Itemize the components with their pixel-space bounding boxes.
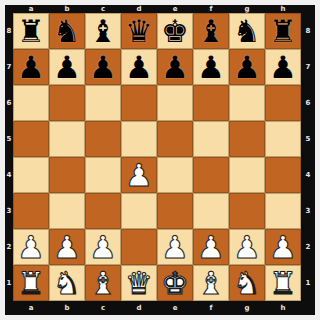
piece-white-pawn[interactable]: ♟ (161, 229, 189, 265)
file-label-a: a (29, 304, 34, 312)
file-label-b: b (64, 304, 69, 312)
square-h4[interactable] (265, 157, 301, 193)
square-g1[interactable]: ♞ (229, 265, 265, 301)
square-d4[interactable]: ♟ (121, 157, 157, 193)
board-frame: abcdefgh abcdefgh 87654321 87654321 ♜♞♝♛… (5, 5, 315, 315)
piece-white-pawn[interactable]: ♟ (17, 229, 45, 265)
file-label-d: d (136, 304, 141, 312)
square-d5[interactable] (121, 121, 157, 157)
square-e2[interactable]: ♟ (157, 229, 193, 265)
square-d1[interactable]: ♛ (121, 265, 157, 301)
square-b4[interactable] (49, 157, 85, 193)
square-c5[interactable] (85, 121, 121, 157)
square-e3[interactable] (157, 193, 193, 229)
rank-label-1: 1 (7, 279, 12, 287)
square-a2[interactable]: ♟ (13, 229, 49, 265)
square-b8[interactable]: ♞ (49, 13, 85, 49)
square-e1[interactable]: ♚ (157, 265, 193, 301)
file-label-b: b (64, 5, 69, 13)
square-e4[interactable] (157, 157, 193, 193)
piece-white-rook[interactable]: ♜ (17, 265, 45, 301)
square-f7[interactable]: ♟ (193, 49, 229, 85)
rank-label-6: 6 (7, 99, 12, 107)
piece-black-bishop[interactable]: ♝ (197, 13, 225, 49)
square-e7[interactable]: ♟ (157, 49, 193, 85)
square-h7[interactable]: ♟ (265, 49, 301, 85)
square-c7[interactable]: ♟ (85, 49, 121, 85)
piece-black-bishop[interactable]: ♝ (89, 13, 117, 49)
file-labels-top: abcdefgh (13, 5, 301, 13)
square-g7[interactable]: ♟ (229, 49, 265, 85)
square-d2[interactable] (121, 229, 157, 265)
square-h3[interactable] (265, 193, 301, 229)
square-c4[interactable] (85, 157, 121, 193)
rank-label-1: 1 (306, 279, 311, 287)
piece-black-pawn[interactable]: ♟ (89, 49, 117, 85)
piece-black-pawn[interactable]: ♟ (197, 49, 225, 85)
square-h1[interactable]: ♜ (265, 265, 301, 301)
square-h2[interactable]: ♟ (265, 229, 301, 265)
rank-label-4: 4 (306, 171, 311, 179)
square-e6[interactable] (157, 85, 193, 121)
rank-label-7: 7 (306, 63, 311, 71)
square-a7[interactable]: ♟ (13, 49, 49, 85)
piece-black-pawn[interactable]: ♟ (161, 49, 189, 85)
square-a3[interactable] (13, 193, 49, 229)
rank-label-3: 3 (306, 207, 311, 215)
rank-label-4: 4 (7, 171, 12, 179)
square-c8[interactable]: ♝ (85, 13, 121, 49)
square-c3[interactable] (85, 193, 121, 229)
square-d8[interactable]: ♛ (121, 13, 157, 49)
square-f6[interactable] (193, 85, 229, 121)
piece-black-rook[interactable]: ♜ (269, 13, 297, 49)
square-g8[interactable]: ♞ (229, 13, 265, 49)
square-f3[interactable] (193, 193, 229, 229)
rank-labels-right: 87654321 (301, 13, 315, 301)
square-d6[interactable] (121, 85, 157, 121)
piece-black-rook[interactable]: ♜ (17, 13, 45, 49)
piece-white-queen[interactable]: ♛ (125, 265, 153, 301)
square-a5[interactable] (13, 121, 49, 157)
square-a1[interactable]: ♜ (13, 265, 49, 301)
piece-white-pawn[interactable]: ♟ (269, 229, 297, 265)
square-e5[interactable] (157, 121, 193, 157)
square-a4[interactable] (13, 157, 49, 193)
file-label-f: f (209, 304, 212, 312)
file-label-c: c (101, 5, 105, 13)
piece-white-pawn[interactable]: ♟ (233, 229, 261, 265)
piece-white-bishop[interactable]: ♝ (197, 265, 225, 301)
square-b3[interactable] (49, 193, 85, 229)
square-h5[interactable] (265, 121, 301, 157)
square-b2[interactable]: ♟ (49, 229, 85, 265)
piece-black-knight[interactable]: ♞ (233, 13, 261, 49)
piece-white-pawn[interactable]: ♟ (125, 157, 153, 193)
square-c2[interactable]: ♟ (85, 229, 121, 265)
piece-black-knight[interactable]: ♞ (53, 13, 81, 49)
piece-white-pawn[interactable]: ♟ (197, 229, 225, 265)
square-c6[interactable] (85, 85, 121, 121)
square-b5[interactable] (49, 121, 85, 157)
square-d3[interactable] (121, 193, 157, 229)
piece-white-pawn[interactable]: ♟ (89, 229, 117, 265)
rank-label-8: 8 (306, 27, 311, 35)
square-f1[interactable]: ♝ (193, 265, 229, 301)
square-g3[interactable] (229, 193, 265, 229)
rank-label-6: 6 (306, 99, 311, 107)
piece-white-pawn[interactable]: ♟ (53, 229, 81, 265)
piece-black-king[interactable]: ♚ (161, 13, 189, 49)
square-f5[interactable] (193, 121, 229, 157)
file-label-h: h (281, 5, 286, 13)
file-label-f: f (209, 5, 212, 13)
square-d7[interactable]: ♟ (121, 49, 157, 85)
square-f2[interactable]: ♟ (193, 229, 229, 265)
piece-black-pawn[interactable]: ♟ (233, 49, 261, 85)
square-f4[interactable] (193, 157, 229, 193)
piece-white-bishop[interactable]: ♝ (89, 265, 117, 301)
chess-board: ♜♞♝♛♚♝♞♜♟♟♟♟♟♟♟♟♟♟♟♟♟♟♟♟♜♞♝♛♚♝♞♜ (13, 13, 301, 301)
square-f8[interactable]: ♝ (193, 13, 229, 49)
piece-white-knight[interactable]: ♞ (233, 265, 261, 301)
square-g5[interactable] (229, 121, 265, 157)
piece-black-pawn[interactable]: ♟ (17, 49, 45, 85)
piece-black-pawn[interactable]: ♟ (53, 49, 81, 85)
piece-black-queen[interactable]: ♛ (125, 13, 153, 49)
file-label-d: d (136, 5, 141, 13)
square-h6[interactable] (265, 85, 301, 121)
file-label-h: h (281, 304, 286, 312)
file-label-a: a (29, 5, 34, 13)
file-label-g: g (244, 5, 249, 13)
square-c1[interactable]: ♝ (85, 265, 121, 301)
square-g4[interactable] (229, 157, 265, 193)
rank-label-5: 5 (7, 135, 12, 143)
rank-labels-left: 87654321 (5, 13, 13, 301)
square-a8[interactable]: ♜ (13, 13, 49, 49)
square-h8[interactable]: ♜ (265, 13, 301, 49)
square-b7[interactable]: ♟ (49, 49, 85, 85)
square-b1[interactable]: ♞ (49, 265, 85, 301)
piece-white-knight[interactable]: ♞ (53, 265, 81, 301)
square-a6[interactable] (13, 85, 49, 121)
square-e8[interactable]: ♚ (157, 13, 193, 49)
square-g2[interactable]: ♟ (229, 229, 265, 265)
file-label-e: e (173, 5, 178, 13)
file-labels-bottom: abcdefgh (13, 301, 301, 315)
rank-label-2: 2 (7, 243, 12, 251)
file-label-c: c (101, 304, 105, 312)
rank-label-8: 8 (7, 27, 12, 35)
piece-white-rook[interactable]: ♜ (269, 265, 297, 301)
piece-white-king[interactable]: ♚ (161, 265, 189, 301)
rank-label-3: 3 (7, 207, 12, 215)
square-b6[interactable] (49, 85, 85, 121)
rank-label-7: 7 (7, 63, 12, 71)
piece-black-pawn[interactable]: ♟ (125, 49, 153, 85)
file-label-g: g (244, 304, 249, 312)
rank-label-2: 2 (306, 243, 311, 251)
file-label-e: e (173, 304, 178, 312)
piece-black-pawn[interactable]: ♟ (269, 49, 297, 85)
rank-label-5: 5 (306, 135, 311, 143)
square-g6[interactable] (229, 85, 265, 121)
